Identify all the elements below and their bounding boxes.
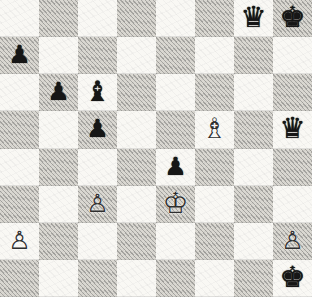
square-c1[interactable] xyxy=(78,260,117,297)
square-a5[interactable] xyxy=(0,111,39,148)
chess-board: ♛♚♟♟♝♟♗♛♟♙♔♙♙♚ xyxy=(0,0,312,297)
square-b3[interactable] xyxy=(39,186,78,223)
black-king: ♚ xyxy=(280,3,306,32)
square-g6[interactable] xyxy=(234,74,273,111)
square-a8[interactable] xyxy=(0,0,39,37)
square-e7[interactable] xyxy=(156,37,195,74)
black-queen: ♛ xyxy=(241,3,267,32)
square-e1[interactable] xyxy=(156,260,195,297)
square-f3[interactable] xyxy=(195,186,234,223)
black-pawn: ♟ xyxy=(47,79,69,104)
square-g1[interactable] xyxy=(234,260,273,297)
black-queen: ♛ xyxy=(280,114,306,143)
square-h4[interactable] xyxy=(273,149,312,186)
square-c7[interactable] xyxy=(78,37,117,74)
square-f8[interactable] xyxy=(195,0,234,37)
square-h7[interactable] xyxy=(273,37,312,74)
square-f5[interactable]: ♗ xyxy=(195,111,234,148)
square-f7[interactable] xyxy=(195,37,234,74)
square-c8[interactable] xyxy=(78,0,117,37)
square-e6[interactable] xyxy=(156,74,195,111)
square-a2[interactable]: ♙ xyxy=(0,223,39,260)
square-h8[interactable]: ♚ xyxy=(273,0,312,37)
square-d2[interactable] xyxy=(117,223,156,260)
square-e2[interactable] xyxy=(156,223,195,260)
square-g5[interactable] xyxy=(234,111,273,148)
square-f4[interactable] xyxy=(195,149,234,186)
square-c4[interactable] xyxy=(78,149,117,186)
square-h3[interactable] xyxy=(273,186,312,223)
square-f2[interactable] xyxy=(195,223,234,260)
square-b8[interactable] xyxy=(39,0,78,37)
square-d8[interactable] xyxy=(117,0,156,37)
white-bishop: ♗ xyxy=(202,115,227,143)
square-f1[interactable] xyxy=(195,260,234,297)
square-b5[interactable] xyxy=(39,111,78,148)
square-g7[interactable] xyxy=(234,37,273,74)
square-c2[interactable] xyxy=(78,223,117,260)
white-pawn: ♙ xyxy=(8,228,30,253)
white-pawn: ♙ xyxy=(86,191,108,216)
chess-diagram: ♛♚♟♟♝♟♗♛♟♙♔♙♙♚ xyxy=(0,0,312,297)
square-f6[interactable] xyxy=(195,74,234,111)
black-bishop: ♝ xyxy=(85,78,110,106)
square-b7[interactable] xyxy=(39,37,78,74)
square-a3[interactable] xyxy=(0,186,39,223)
square-b1[interactable] xyxy=(39,260,78,297)
square-d6[interactable] xyxy=(117,74,156,111)
white-pawn: ♙ xyxy=(281,228,303,253)
white-king: ♔ xyxy=(163,189,189,218)
black-king: ♚ xyxy=(280,263,306,292)
square-c3[interactable]: ♙ xyxy=(78,186,117,223)
square-b2[interactable] xyxy=(39,223,78,260)
square-h2[interactable]: ♙ xyxy=(273,223,312,260)
square-b6[interactable]: ♟ xyxy=(39,74,78,111)
square-c5[interactable]: ♟ xyxy=(78,111,117,148)
square-g8[interactable]: ♛ xyxy=(234,0,273,37)
black-pawn: ♟ xyxy=(8,42,30,67)
square-a7[interactable]: ♟ xyxy=(0,37,39,74)
square-d4[interactable] xyxy=(117,149,156,186)
square-d1[interactable] xyxy=(117,260,156,297)
square-e3[interactable]: ♔ xyxy=(156,186,195,223)
black-pawn: ♟ xyxy=(86,116,108,141)
square-e4[interactable]: ♟ xyxy=(156,149,195,186)
square-a4[interactable] xyxy=(0,149,39,186)
square-d5[interactable] xyxy=(117,111,156,148)
square-b4[interactable] xyxy=(39,149,78,186)
square-d3[interactable] xyxy=(117,186,156,223)
square-g4[interactable] xyxy=(234,149,273,186)
square-h5[interactable]: ♛ xyxy=(273,111,312,148)
square-a1[interactable] xyxy=(0,260,39,297)
square-c6[interactable]: ♝ xyxy=(78,74,117,111)
square-e8[interactable] xyxy=(156,0,195,37)
square-g2[interactable] xyxy=(234,223,273,260)
square-g3[interactable] xyxy=(234,186,273,223)
square-h1[interactable]: ♚ xyxy=(273,260,312,297)
square-d7[interactable] xyxy=(117,37,156,74)
square-e5[interactable] xyxy=(156,111,195,148)
square-h6[interactable] xyxy=(273,74,312,111)
square-a6[interactable] xyxy=(0,74,39,111)
black-pawn: ♟ xyxy=(164,154,186,179)
